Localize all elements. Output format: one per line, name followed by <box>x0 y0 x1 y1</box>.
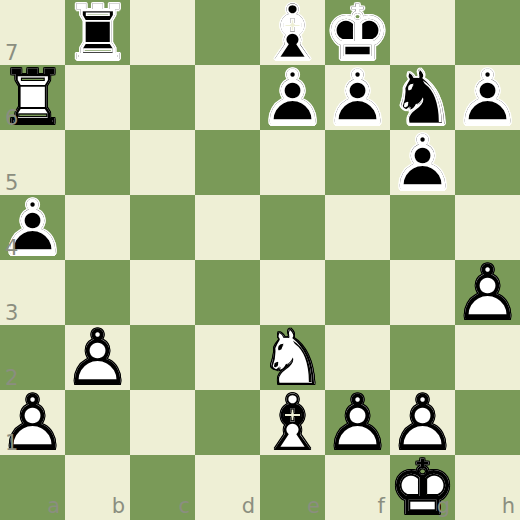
black-pawn[interactable]: ♟♙ <box>260 65 325 130</box>
piece-line-glyph: ♗ <box>260 0 325 65</box>
square-a7[interactable]: ♜♖ <box>0 65 65 130</box>
piece-line-glyph: ♙ <box>65 325 130 390</box>
piece-line-glyph: ♙ <box>0 390 65 455</box>
square-b3[interactable]: ♟♙ <box>65 325 130 390</box>
piece-line-glyph: ♙ <box>0 195 65 260</box>
square-h7[interactable]: ♟♙ <box>455 65 520 130</box>
square-e7[interactable]: ♟♙ <box>260 65 325 130</box>
square-h2[interactable] <box>455 390 520 455</box>
piece-line-glyph: ♖ <box>65 0 130 65</box>
square-d2[interactable] <box>195 390 260 455</box>
square-h1[interactable] <box>455 455 520 520</box>
black-pawn[interactable]: ♟♙ <box>0 195 65 260</box>
white-rook[interactable]: ♜♖ <box>0 65 65 130</box>
square-g3[interactable] <box>390 325 455 390</box>
square-e2[interactable]: ♝♗ <box>260 390 325 455</box>
piece-line-glyph: ♗ <box>260 390 325 455</box>
square-c8[interactable] <box>130 0 195 65</box>
square-b4[interactable] <box>65 260 130 325</box>
square-e5[interactable] <box>260 195 325 260</box>
square-g2[interactable]: ♟♙ <box>390 390 455 455</box>
piece-line-glyph: ♘ <box>390 65 455 130</box>
piece-fill-glyph: ♟ <box>455 260 520 325</box>
square-d8[interactable] <box>195 0 260 65</box>
piece-fill-glyph: ♟ <box>390 130 455 195</box>
piece-fill-glyph: ♝ <box>260 390 325 455</box>
piece-line-glyph: ♙ <box>455 65 520 130</box>
square-f8[interactable]: ♚♔ <box>325 0 390 65</box>
piece-line-glyph: ♙ <box>325 65 390 130</box>
square-f1[interactable] <box>325 455 390 520</box>
square-b6[interactable] <box>65 130 130 195</box>
piece-line-glyph: ♙ <box>325 390 390 455</box>
square-d1[interactable] <box>195 455 260 520</box>
square-h5[interactable] <box>455 195 520 260</box>
square-c4[interactable] <box>130 260 195 325</box>
piece-fill-glyph: ♟ <box>260 65 325 130</box>
piece-fill-glyph: ♝ <box>260 0 325 65</box>
white-pawn[interactable]: ♟♙ <box>390 390 455 455</box>
piece-line-glyph: ♙ <box>390 130 455 195</box>
square-a4[interactable] <box>0 260 65 325</box>
white-pawn[interactable]: ♟♙ <box>65 325 130 390</box>
square-h6[interactable] <box>455 130 520 195</box>
square-a3[interactable] <box>0 325 65 390</box>
square-c7[interactable] <box>130 65 195 130</box>
square-c5[interactable] <box>130 195 195 260</box>
square-e1[interactable] <box>260 455 325 520</box>
square-a2[interactable]: ♟♙ <box>0 390 65 455</box>
square-a5[interactable]: ♟♙ <box>0 195 65 260</box>
black-bishop[interactable]: ♝♗ <box>260 0 325 65</box>
board-grid: ♜♖♝♗♚♔♜♖♟♙♟♙♞♘♟♙♟♙♟♙♟♙♟♙♞♘♟♙♝♗♟♙♟♙♚♔ <box>0 0 520 520</box>
piece-fill-glyph: ♟ <box>0 195 65 260</box>
square-d7[interactable] <box>195 65 260 130</box>
piece-line-glyph: ♔ <box>390 455 455 520</box>
piece-line-glyph: ♙ <box>260 65 325 130</box>
black-king[interactable]: ♚♔ <box>325 0 390 65</box>
chess-board: ♜♖♝♗♚♔♜♖♟♙♟♙♞♘♟♙♟♙♟♙♟♙♟♙♞♘♟♙♝♗♟♙♟♙♚♔7654… <box>0 0 520 520</box>
square-d3[interactable] <box>195 325 260 390</box>
white-pawn[interactable]: ♟♙ <box>0 390 65 455</box>
square-f2[interactable]: ♟♙ <box>325 390 390 455</box>
white-bishop[interactable]: ♝♗ <box>260 390 325 455</box>
piece-fill-glyph: ♟ <box>455 65 520 130</box>
square-e3[interactable]: ♞♘ <box>260 325 325 390</box>
square-d5[interactable] <box>195 195 260 260</box>
black-pawn[interactable]: ♟♙ <box>390 130 455 195</box>
black-rook[interactable]: ♜♖ <box>65 0 130 65</box>
square-h8[interactable] <box>455 0 520 65</box>
piece-fill-glyph: ♞ <box>260 325 325 390</box>
square-h3[interactable] <box>455 325 520 390</box>
square-c6[interactable] <box>130 130 195 195</box>
piece-fill-glyph: ♚ <box>390 455 455 520</box>
square-b8[interactable]: ♜♖ <box>65 0 130 65</box>
square-b7[interactable] <box>65 65 130 130</box>
square-f5[interactable] <box>325 195 390 260</box>
white-knight[interactable]: ♞♘ <box>260 325 325 390</box>
piece-fill-glyph: ♜ <box>0 65 65 130</box>
square-g4[interactable] <box>390 260 455 325</box>
square-a8[interactable] <box>0 0 65 65</box>
piece-line-glyph: ♘ <box>260 325 325 390</box>
piece-line-glyph: ♖ <box>0 65 65 130</box>
piece-fill-glyph: ♜ <box>65 0 130 65</box>
black-pawn[interactable]: ♟♙ <box>455 65 520 130</box>
square-g6[interactable]: ♟♙ <box>390 130 455 195</box>
piece-fill-glyph: ♟ <box>390 390 455 455</box>
piece-fill-glyph: ♞ <box>390 65 455 130</box>
square-c3[interactable] <box>130 325 195 390</box>
white-pawn[interactable]: ♟♙ <box>325 390 390 455</box>
piece-fill-glyph: ♟ <box>325 65 390 130</box>
square-f7[interactable]: ♟♙ <box>325 65 390 130</box>
square-f4[interactable] <box>325 260 390 325</box>
square-b2[interactable] <box>65 390 130 455</box>
square-g7[interactable]: ♞♘ <box>390 65 455 130</box>
square-f3[interactable] <box>325 325 390 390</box>
square-d4[interactable] <box>195 260 260 325</box>
square-f6[interactable] <box>325 130 390 195</box>
piece-fill-glyph: ♟ <box>0 390 65 455</box>
white-pawn[interactable]: ♟♙ <box>455 260 520 325</box>
square-b5[interactable] <box>65 195 130 260</box>
square-a1[interactable] <box>0 455 65 520</box>
square-b1[interactable] <box>65 455 130 520</box>
piece-line-glyph: ♔ <box>325 0 390 65</box>
piece-line-glyph: ♙ <box>390 390 455 455</box>
black-pawn[interactable]: ♟♙ <box>325 65 390 130</box>
white-king[interactable]: ♚♔ <box>390 455 455 520</box>
piece-fill-glyph: ♟ <box>325 390 390 455</box>
square-g1[interactable]: ♚♔ <box>390 455 455 520</box>
square-d6[interactable] <box>195 130 260 195</box>
square-c1[interactable] <box>130 455 195 520</box>
piece-fill-glyph: ♚ <box>325 0 390 65</box>
square-e4[interactable] <box>260 260 325 325</box>
square-g5[interactable] <box>390 195 455 260</box>
square-c2[interactable] <box>130 390 195 455</box>
square-e8[interactable]: ♝♗ <box>260 0 325 65</box>
piece-line-glyph: ♙ <box>455 260 520 325</box>
square-h4[interactable]: ♟♙ <box>455 260 520 325</box>
piece-fill-glyph: ♟ <box>65 325 130 390</box>
square-e6[interactable] <box>260 130 325 195</box>
black-knight[interactable]: ♞♘ <box>390 65 455 130</box>
square-a6[interactable] <box>0 130 65 195</box>
square-g8[interactable] <box>390 0 455 65</box>
